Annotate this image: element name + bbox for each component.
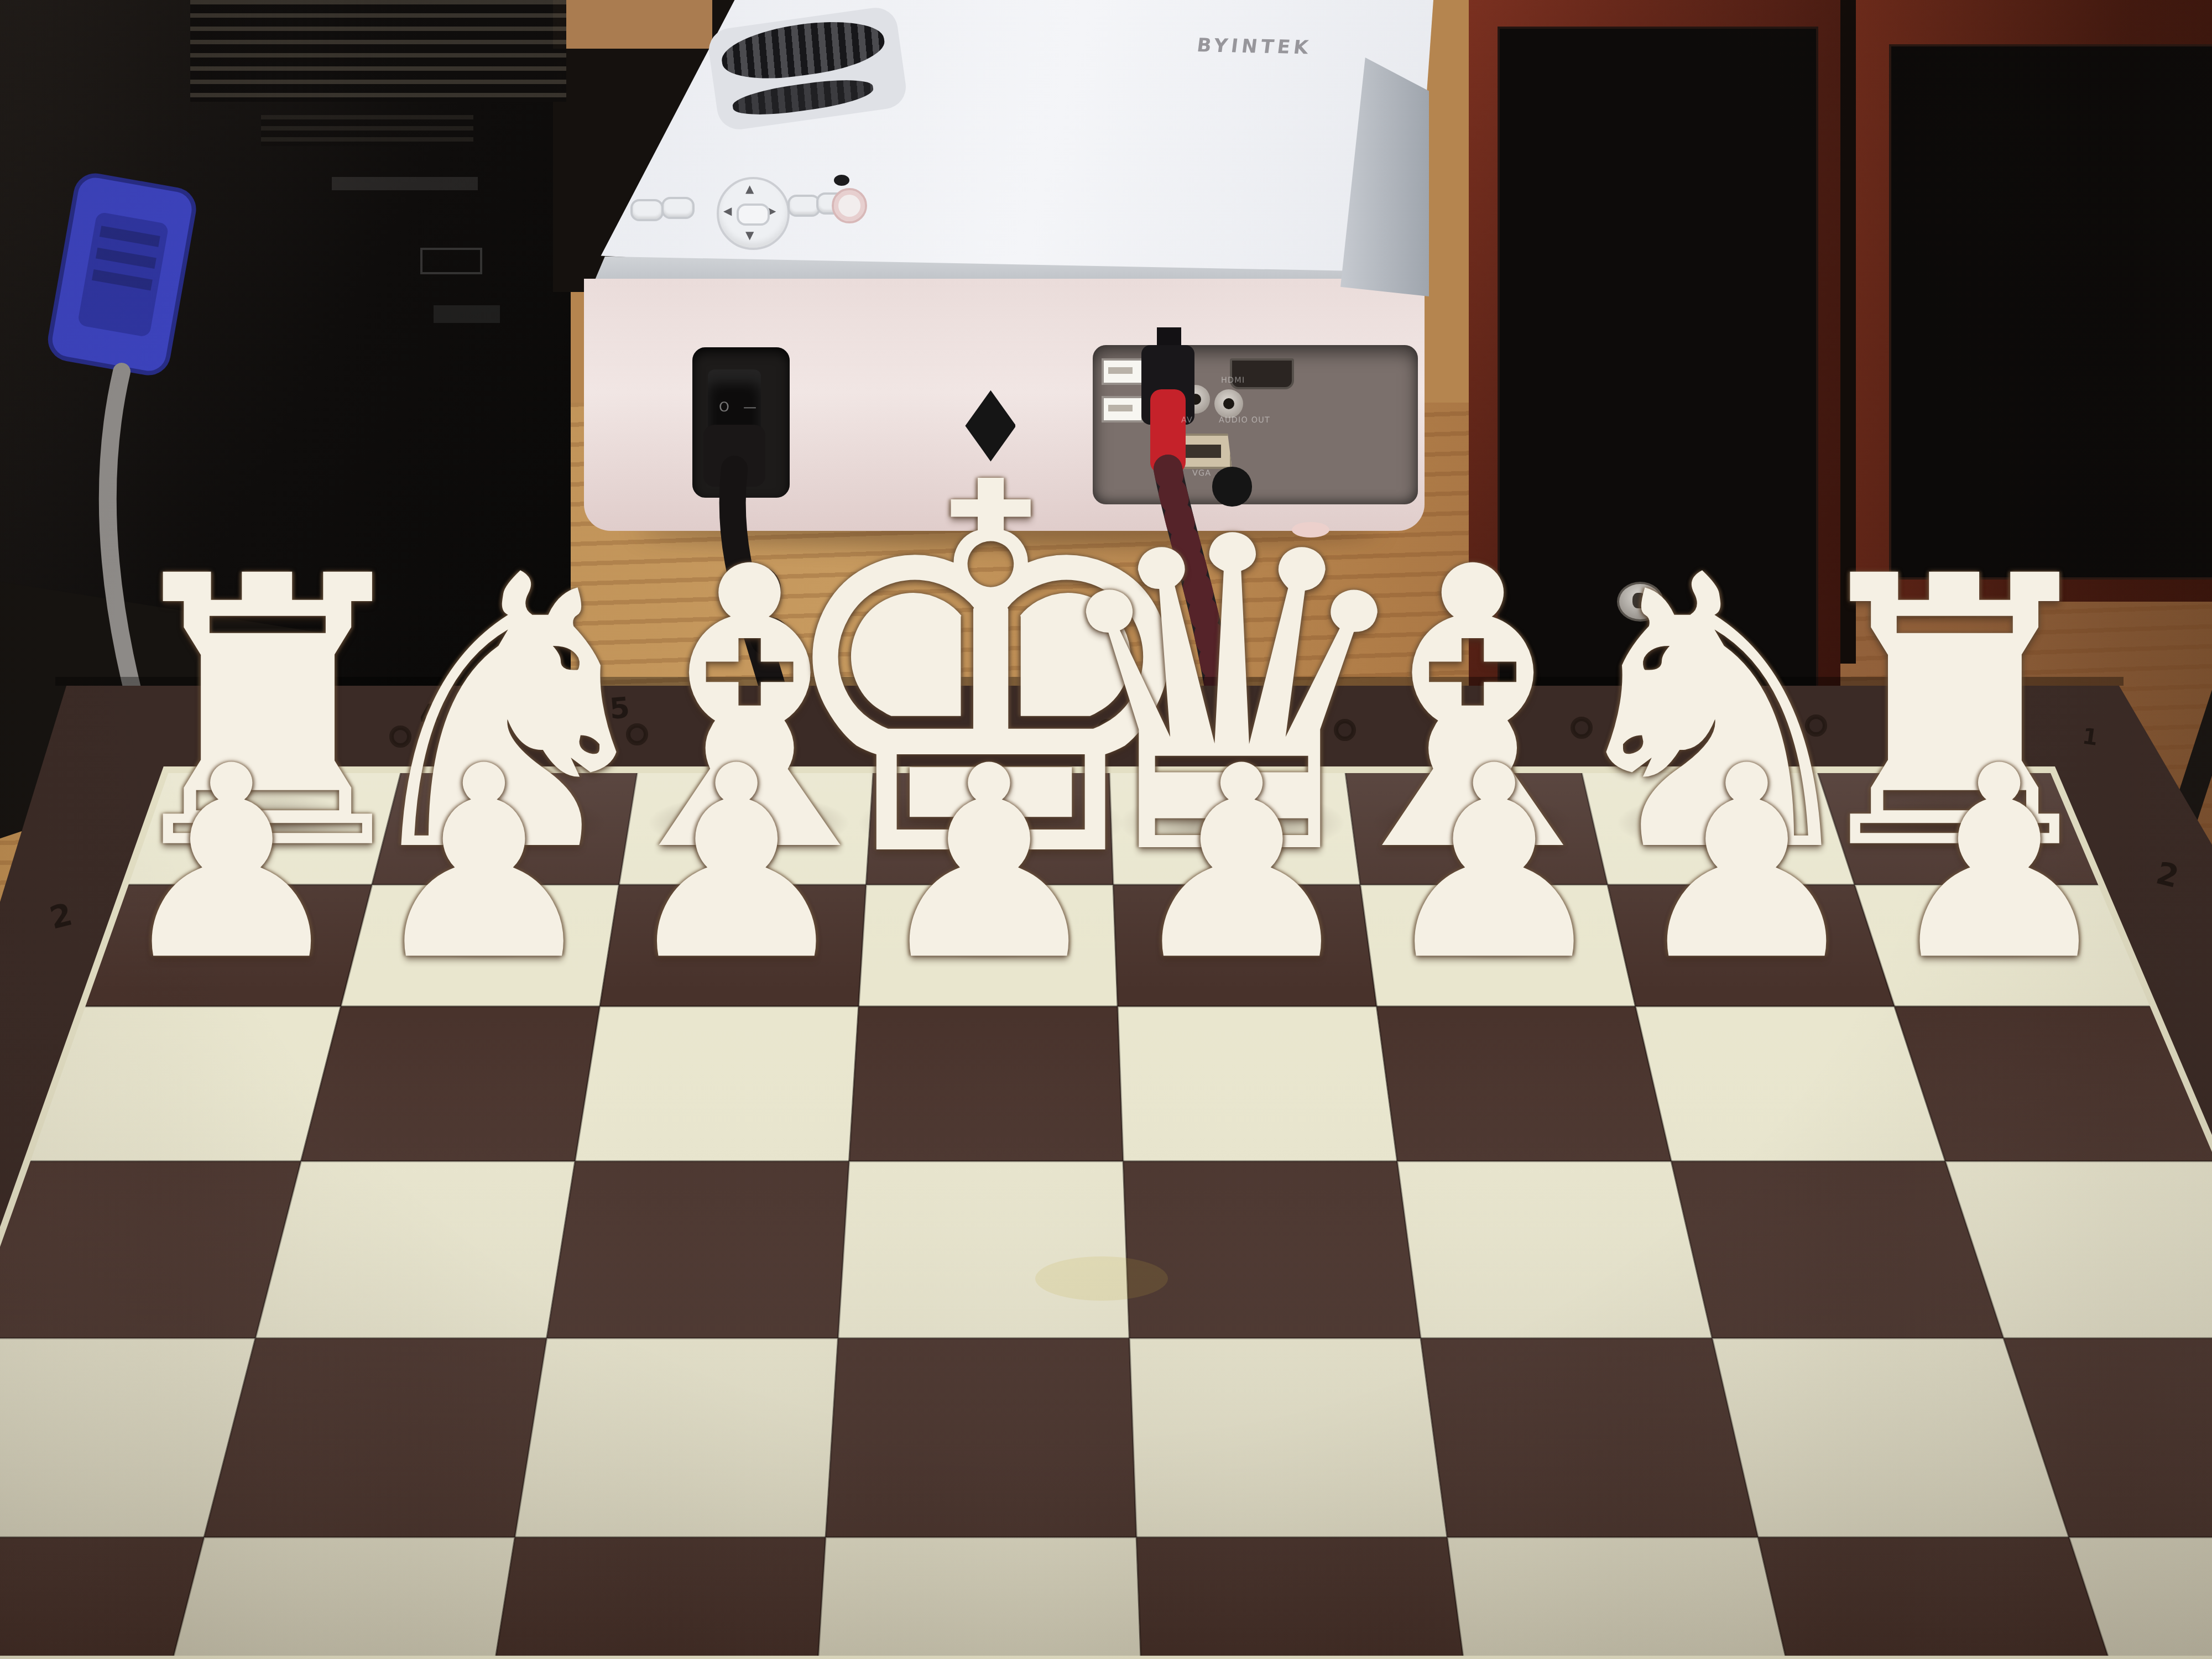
piece-white-pawn-f2[interactable]: ♟: [604, 731, 869, 997]
square-c3[interactable]: [1377, 1006, 1672, 1161]
piece-white-pawn-a2[interactable]: ♟: [1866, 731, 2132, 997]
square-f5[interactable]: [515, 1338, 838, 1537]
square-c6[interactable]: [1447, 1537, 1812, 1659]
piece-white-pawn-e2[interactable]: ♟: [857, 731, 1122, 997]
piece-white-pawn-d2[interactable]: ♟: [1109, 731, 1374, 997]
square-g4[interactable]: [255, 1161, 575, 1338]
square-e5[interactable]: [826, 1338, 1136, 1537]
square-g6[interactable]: [144, 1537, 515, 1659]
square-d5[interactable]: [1129, 1338, 1447, 1537]
queen-black-ball-finial: [1212, 467, 1251, 505]
square-g3[interactable]: [301, 1006, 599, 1161]
square-e6[interactable]: [811, 1537, 1145, 1659]
photo-scene: BYINTEK ▲ ▼ ◀ ▶ O— HDMIAVAUDIO OUTVGA: [0, 0, 2212, 1659]
piece-white-pawn-h2[interactable]: ♟: [99, 731, 364, 997]
board-stain: [1035, 1256, 1168, 1301]
square-f4[interactable]: [547, 1161, 849, 1338]
square-e4[interactable]: [838, 1161, 1130, 1338]
square-c5[interactable]: [1421, 1338, 1758, 1537]
square-f3[interactable]: [575, 1006, 859, 1161]
square-d4[interactable]: [1123, 1161, 1421, 1338]
square-b3[interactable]: [1636, 1006, 1945, 1161]
square-h4[interactable]: [0, 1161, 301, 1338]
square-h6[interactable]: [0, 1537, 204, 1659]
piece-white-pawn-c2[interactable]: ♟: [1361, 731, 1627, 997]
square-d6[interactable]: [1136, 1537, 1478, 1659]
square-f6[interactable]: [478, 1537, 826, 1659]
square-e3[interactable]: [849, 1006, 1124, 1161]
square-c4[interactable]: [1397, 1161, 1713, 1338]
piece-white-pawn-b2[interactable]: ♟: [1614, 731, 1880, 997]
square-g5[interactable]: [204, 1338, 547, 1537]
square-d3[interactable]: [1118, 1006, 1397, 1161]
piece-white-pawn-g2[interactable]: ♟: [351, 731, 617, 997]
